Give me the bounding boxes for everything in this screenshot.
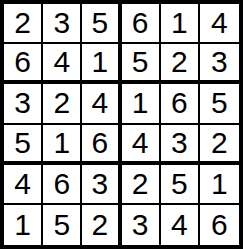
cell-r2c2[interactable]: 4 [43,44,82,84]
cell-r5c1[interactable]: 4 [4,165,43,205]
cell-r1c2[interactable]: 3 [43,4,82,44]
cell-r3c4[interactable]: 1 [122,84,161,124]
cell-r4c5[interactable]: 3 [161,125,200,165]
cell-r6c1[interactable]: 1 [4,205,43,245]
cell-r4c2[interactable]: 1 [43,125,82,165]
cell-r5c3[interactable]: 3 [82,165,121,205]
cell-r5c6[interactable]: 1 [200,165,239,205]
cell-r6c3[interactable]: 2 [82,205,121,245]
cell-r1c6[interactable]: 4 [200,4,239,44]
cell-r6c5[interactable]: 4 [161,205,200,245]
cell-r5c4[interactable]: 2 [122,165,161,205]
cell-r6c2[interactable]: 5 [43,205,82,245]
cell-r1c4[interactable]: 6 [122,4,161,44]
cell-r5c5[interactable]: 5 [161,165,200,205]
cell-r3c1[interactable]: 3 [4,84,43,124]
cell-r3c3[interactable]: 4 [82,84,121,124]
cell-r1c3[interactable]: 5 [82,4,121,44]
cell-r4c4[interactable]: 4 [122,125,161,165]
cell-r2c1[interactable]: 6 [4,44,43,84]
cell-r5c2[interactable]: 6 [43,165,82,205]
cell-r4c6[interactable]: 2 [200,125,239,165]
sudoku-board: 235614641523324165516432463251152346 [0,0,243,249]
cell-r2c4[interactable]: 5 [122,44,161,84]
cell-r6c4[interactable]: 3 [122,205,161,245]
cell-r4c1[interactable]: 5 [4,125,43,165]
cell-r6c6[interactable]: 6 [200,205,239,245]
cell-r2c5[interactable]: 2 [161,44,200,84]
cell-r3c2[interactable]: 2 [43,84,82,124]
cell-r2c6[interactable]: 3 [200,44,239,84]
cell-r2c3[interactable]: 1 [82,44,121,84]
cell-r1c1[interactable]: 2 [4,4,43,44]
cell-r3c6[interactable]: 5 [200,84,239,124]
cell-r1c5[interactable]: 1 [161,4,200,44]
cell-r4c3[interactable]: 6 [82,125,121,165]
cell-r3c5[interactable]: 6 [161,84,200,124]
